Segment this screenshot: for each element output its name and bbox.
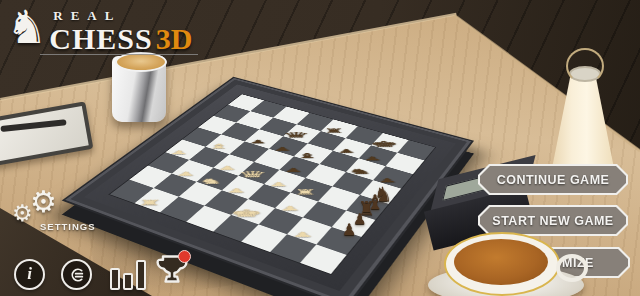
white-pawn: ♟ <box>226 188 247 194</box>
logo-3d-text: 3D <box>156 22 193 56</box>
square-f2[interactable] <box>259 208 303 234</box>
stats-button[interactable] <box>110 256 146 290</box>
knight-icon: ♞ <box>6 4 47 50</box>
square-b2[interactable] <box>154 174 197 197</box>
coffee-cup-front <box>428 232 588 296</box>
app-logo: ♞ REAL CHESS 3D <box>6 4 192 56</box>
square-c3[interactable]: ♞ <box>197 168 239 191</box>
square-c1[interactable] <box>160 197 205 222</box>
square-d2[interactable] <box>205 190 249 215</box>
notepad <box>0 101 93 166</box>
square-g3[interactable] <box>303 201 346 227</box>
info-button[interactable]: i <box>14 259 45 290</box>
black-knight: ♞ <box>347 168 373 175</box>
square-f1[interactable] <box>241 224 287 252</box>
board-scene: ♜♚♛♟♟♟♟♝♞♟♝♟♟♟♛♟♜♟♞♟♟♚♟♜ <box>90 80 470 260</box>
logo-chess-text: CHESS <box>49 22 152 56</box>
square-g4[interactable] <box>318 186 360 210</box>
captured-black-knight: ♞ <box>374 184 392 204</box>
white-pawn: ♟ <box>280 205 301 211</box>
bottom-toolbar: i <box>0 250 220 296</box>
square-e2[interactable]: ♚ <box>231 199 275 224</box>
notification-badge <box>178 250 191 263</box>
square-e4[interactable]: ♟ <box>264 170 305 193</box>
table-lamp <box>546 58 620 176</box>
info-icon: i <box>27 264 32 284</box>
white-knight: ♞ <box>198 178 224 185</box>
achievements-button[interactable] <box>154 252 196 294</box>
black-pawn: ♟ <box>284 167 304 173</box>
square-d3[interactable]: ♟ <box>222 176 264 199</box>
white-pawn: ♟ <box>292 231 314 238</box>
square-d1[interactable] <box>186 206 231 232</box>
square-a1[interactable] <box>110 180 154 204</box>
square-e1[interactable] <box>213 215 258 242</box>
white-rook: ♜ <box>136 199 163 206</box>
gear-icon: ⚙ <box>12 200 33 226</box>
white-pawn: ♟ <box>217 165 237 170</box>
menu-button[interactable] <box>61 259 92 290</box>
white-queen: ♛ <box>237 170 267 179</box>
square-f3[interactable]: ♟ <box>275 193 318 218</box>
square-e3[interactable] <box>248 184 291 208</box>
square-b1[interactable]: ♜ <box>135 188 179 212</box>
settings-button[interactable]: ⚙ ⚙ SETTINGS <box>10 188 100 238</box>
white-pawn: ♟ <box>268 181 288 187</box>
continue-game-button[interactable]: CONTINUE GAME <box>478 164 628 195</box>
settings-label: SETTINGS <box>40 221 96 232</box>
square-g1[interactable] <box>270 234 316 263</box>
white-king: ♚ <box>229 208 263 218</box>
start-new-game-label: START NEW GAME <box>480 207 626 234</box>
stats-icon <box>136 260 146 290</box>
square-f4[interactable]: ♜ <box>291 178 333 201</box>
lamp-handle <box>566 48 604 84</box>
white-rook: ♜ <box>293 189 318 196</box>
continue-game-label: CONTINUE GAME <box>480 166 626 193</box>
stats-icon <box>110 268 120 290</box>
coffee-surface <box>454 239 548 285</box>
white-pawn: ♟ <box>176 171 197 177</box>
square-c2[interactable] <box>179 182 222 206</box>
menu-icon <box>69 267 85 283</box>
square-h1[interactable] <box>300 244 347 274</box>
stats-icon <box>123 273 133 290</box>
square-g2[interactable]: ♟ <box>287 217 332 244</box>
gear-icon: ⚙ <box>30 184 57 219</box>
cup-handle <box>556 254 588 282</box>
lamp-shade <box>546 72 620 176</box>
logo-underline <box>40 54 198 55</box>
game-screen: ♞ REAL CHESS 3D ♜♚♛♟♟♟♟♝♞♟♝♟♟♟ <box>0 0 640 296</box>
